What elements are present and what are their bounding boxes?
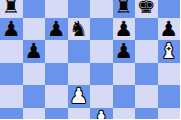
piece-black-rook[interactable]: ♜ (0, 0, 23, 18)
square-a4[interactable] (0, 85, 23, 108)
square-b3[interactable] (23, 108, 46, 120)
square-b7[interactable] (23, 18, 46, 41)
square-c5[interactable] (45, 63, 68, 86)
square-b6[interactable]: ♟ (23, 40, 46, 63)
square-h8[interactable] (158, 0, 181, 18)
square-f5[interactable] (113, 63, 136, 86)
square-g7[interactable] (135, 18, 158, 41)
square-d3[interactable] (68, 108, 91, 120)
square-h5[interactable] (158, 63, 181, 86)
square-a6[interactable] (0, 40, 23, 63)
square-c6[interactable] (45, 40, 68, 63)
square-a8[interactable]: ♜ (0, 0, 23, 18)
square-f7[interactable]: ♟ (113, 18, 136, 41)
piece-black-pawn[interactable]: ♟ (23, 40, 46, 63)
square-e8[interactable] (90, 0, 113, 18)
piece-black-pawn[interactable]: ♟ (45, 18, 68, 41)
square-d5[interactable] (68, 63, 91, 86)
piece-black-pawn[interactable]: ♟ (113, 18, 136, 41)
square-d7[interactable]: ♞ (68, 18, 91, 41)
square-c3[interactable] (45, 108, 68, 120)
square-h6[interactable]: ♝ (158, 40, 181, 63)
square-g5[interactable] (135, 63, 158, 86)
piece-black-knight[interactable]: ♞ (68, 18, 91, 41)
square-h3[interactable] (158, 108, 181, 120)
square-c7[interactable]: ♟ (45, 18, 68, 41)
chessboard: ♜♜♚♟♟♞♟♟♟♟♝♟♟ (0, 0, 180, 119)
square-e5[interactable] (90, 63, 113, 86)
square-f3[interactable] (113, 108, 136, 120)
square-g4[interactable] (135, 85, 158, 108)
square-b5[interactable] (23, 63, 46, 86)
square-e7[interactable] (90, 18, 113, 41)
square-f4[interactable] (113, 85, 136, 108)
square-d6[interactable] (68, 40, 91, 63)
piece-black-pawn[interactable]: ♟ (113, 40, 136, 63)
square-e4[interactable] (90, 85, 113, 108)
square-f8[interactable]: ♜ (113, 0, 136, 18)
piece-black-pawn[interactable]: ♟ (158, 18, 181, 41)
square-h7[interactable]: ♟ (158, 18, 181, 41)
square-b8[interactable] (23, 0, 46, 18)
square-d4[interactable]: ♟ (68, 85, 91, 108)
square-c4[interactable] (45, 85, 68, 108)
square-g8[interactable]: ♚ (135, 0, 158, 18)
chessboard-viewport: ♜♜♚♟♟♞♟♟♟♟♝♟♟ (0, 0, 180, 119)
piece-white-pawn[interactable]: ♟ (90, 108, 113, 120)
square-a5[interactable] (0, 63, 23, 86)
piece-white-bishop[interactable]: ♝ (158, 40, 181, 63)
square-g6[interactable] (135, 40, 158, 63)
square-g3[interactable] (135, 108, 158, 120)
square-e3[interactable]: ♟ (90, 108, 113, 120)
square-c8[interactable] (45, 0, 68, 18)
piece-black-pawn[interactable]: ♟ (0, 18, 23, 41)
square-d8[interactable] (68, 0, 91, 18)
square-a7[interactable]: ♟ (0, 18, 23, 41)
square-b4[interactable] (23, 85, 46, 108)
square-f6[interactable]: ♟ (113, 40, 136, 63)
piece-white-pawn[interactable]: ♟ (68, 85, 91, 108)
square-h4[interactable] (158, 85, 181, 108)
piece-black-king[interactable]: ♚ (135, 0, 158, 18)
square-a3[interactable] (0, 108, 23, 120)
square-e6[interactable] (90, 40, 113, 63)
piece-black-rook[interactable]: ♜ (113, 0, 136, 18)
